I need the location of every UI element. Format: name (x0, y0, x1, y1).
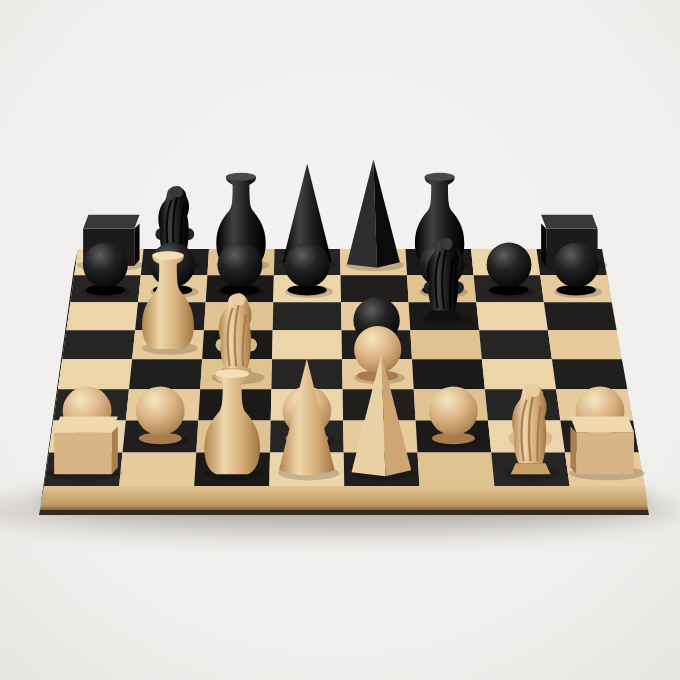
square-d6[interactable] (273, 302, 342, 330)
square-a5[interactable] (62, 330, 135, 359)
square-g5[interactable] (479, 330, 552, 359)
square-h6[interactable] (544, 302, 617, 330)
piece-white-rook-a1[interactable] (47, 416, 123, 480)
board-bottom-edge (39, 510, 649, 515)
chessboard (0, 0, 680, 680)
square-a4[interactable] (58, 359, 132, 389)
board-squares (44, 249, 645, 486)
square-d5[interactable] (272, 330, 342, 359)
square-h4[interactable] (552, 359, 627, 389)
square-b1[interactable] (119, 453, 196, 486)
square-b4[interactable] (129, 359, 202, 389)
square-g4[interactable] (482, 359, 556, 389)
square-a6[interactable] (66, 302, 138, 330)
chessboard-photo: ♜♞♝♛♚♝♜♟♟♟♟♟♟♟♞♗♟♘♙♙♙♙♙♙♖♗♕♔♘♖ (0, 0, 680, 680)
square-h5[interactable] (548, 330, 622, 359)
square-f1[interactable] (418, 453, 495, 486)
square-g6[interactable] (476, 302, 548, 330)
board-front-face (40, 486, 648, 510)
square-f4[interactable] (412, 359, 485, 389)
square-f5[interactable] (410, 330, 482, 359)
